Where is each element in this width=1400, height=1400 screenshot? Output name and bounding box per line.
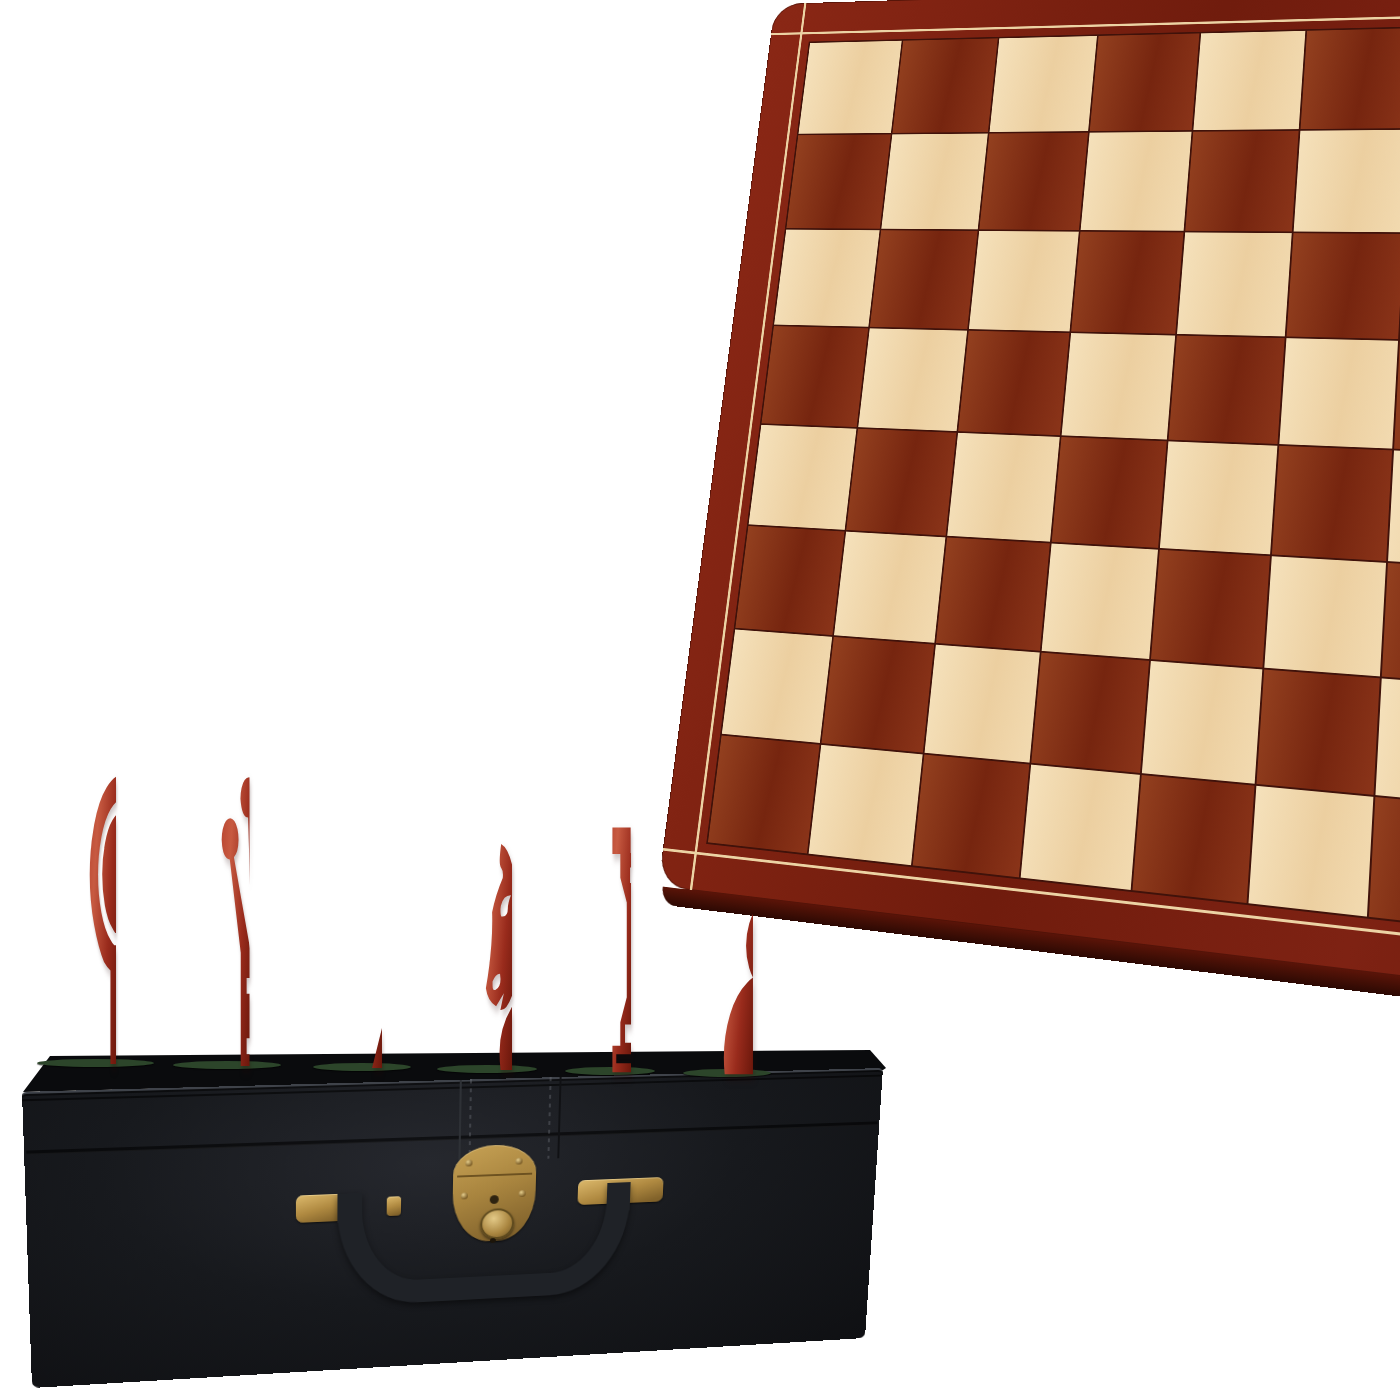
board-square — [786, 134, 890, 228]
board-square — [892, 38, 997, 132]
queen-glyph: ♛ — [205, 715, 250, 1130]
king-glyph: ♚ — [74, 641, 117, 1141]
rook-glyph: ♜ — [589, 789, 631, 1124]
board-square — [1185, 131, 1298, 232]
board-square — [1160, 441, 1278, 554]
board-square — [958, 331, 1069, 436]
latch-hinge-line — [457, 1173, 532, 1178]
board-square — [1042, 544, 1158, 659]
board-square — [1062, 333, 1176, 439]
board-square — [969, 231, 1079, 331]
board-square — [990, 36, 1097, 132]
board-square — [1021, 765, 1140, 890]
board-square — [1151, 550, 1270, 668]
board-square — [1071, 232, 1183, 334]
latch-rivet — [465, 1160, 472, 1167]
board-square — [1272, 446, 1392, 561]
piece-bishop: ♝ — [308, 813, 416, 1068]
piece-rook: ♜ — [560, 866, 660, 1072]
board-square — [834, 532, 945, 643]
board-square — [979, 133, 1088, 230]
latch-rivet — [515, 1158, 522, 1165]
board-square — [947, 433, 1059, 542]
board-square — [1257, 670, 1380, 795]
piece-knight: ♞ — [431, 848, 543, 1070]
pawn-glyph: ♟ — [701, 829, 753, 1119]
board-square — [913, 755, 1030, 878]
board-square — [1279, 338, 1398, 448]
piece-queen: ♛ — [167, 786, 287, 1066]
board-square — [1287, 233, 1400, 339]
board-square — [1177, 232, 1292, 336]
board-square — [821, 637, 934, 753]
board-square — [1132, 775, 1254, 903]
board-square — [1090, 33, 1200, 131]
piece-pawn: ♟ — [678, 910, 776, 1074]
board-square — [1052, 437, 1167, 548]
board-square — [1375, 678, 1400, 806]
board-square — [762, 326, 869, 427]
board-square — [749, 425, 857, 530]
board-square — [881, 134, 987, 230]
board-square — [1264, 556, 1386, 676]
board-square — [936, 537, 1050, 650]
board-square — [1081, 132, 1192, 231]
board-square — [1169, 336, 1285, 444]
board-square — [870, 230, 978, 329]
product-photo-scene: ♚ ♛ ♝ ♞ ♜ ♟ — [0, 0, 1400, 1400]
bishop-glyph: ♝ — [342, 747, 382, 1127]
board-square — [1142, 661, 1262, 784]
board-square — [1031, 653, 1149, 773]
board-square — [1294, 130, 1400, 232]
board-square — [925, 645, 1040, 763]
board-square — [722, 629, 832, 742]
board-square — [1301, 28, 1400, 129]
board-square — [735, 526, 844, 635]
board-square — [1248, 786, 1373, 917]
board-square — [1369, 797, 1400, 931]
knight-glyph: ♞ — [462, 791, 512, 1121]
board-square — [858, 328, 967, 431]
board-square — [1193, 31, 1305, 130]
board-square — [798, 41, 901, 134]
board-square — [846, 429, 956, 536]
board-square — [774, 230, 879, 327]
piece-king: ♚ — [30, 724, 160, 1064]
